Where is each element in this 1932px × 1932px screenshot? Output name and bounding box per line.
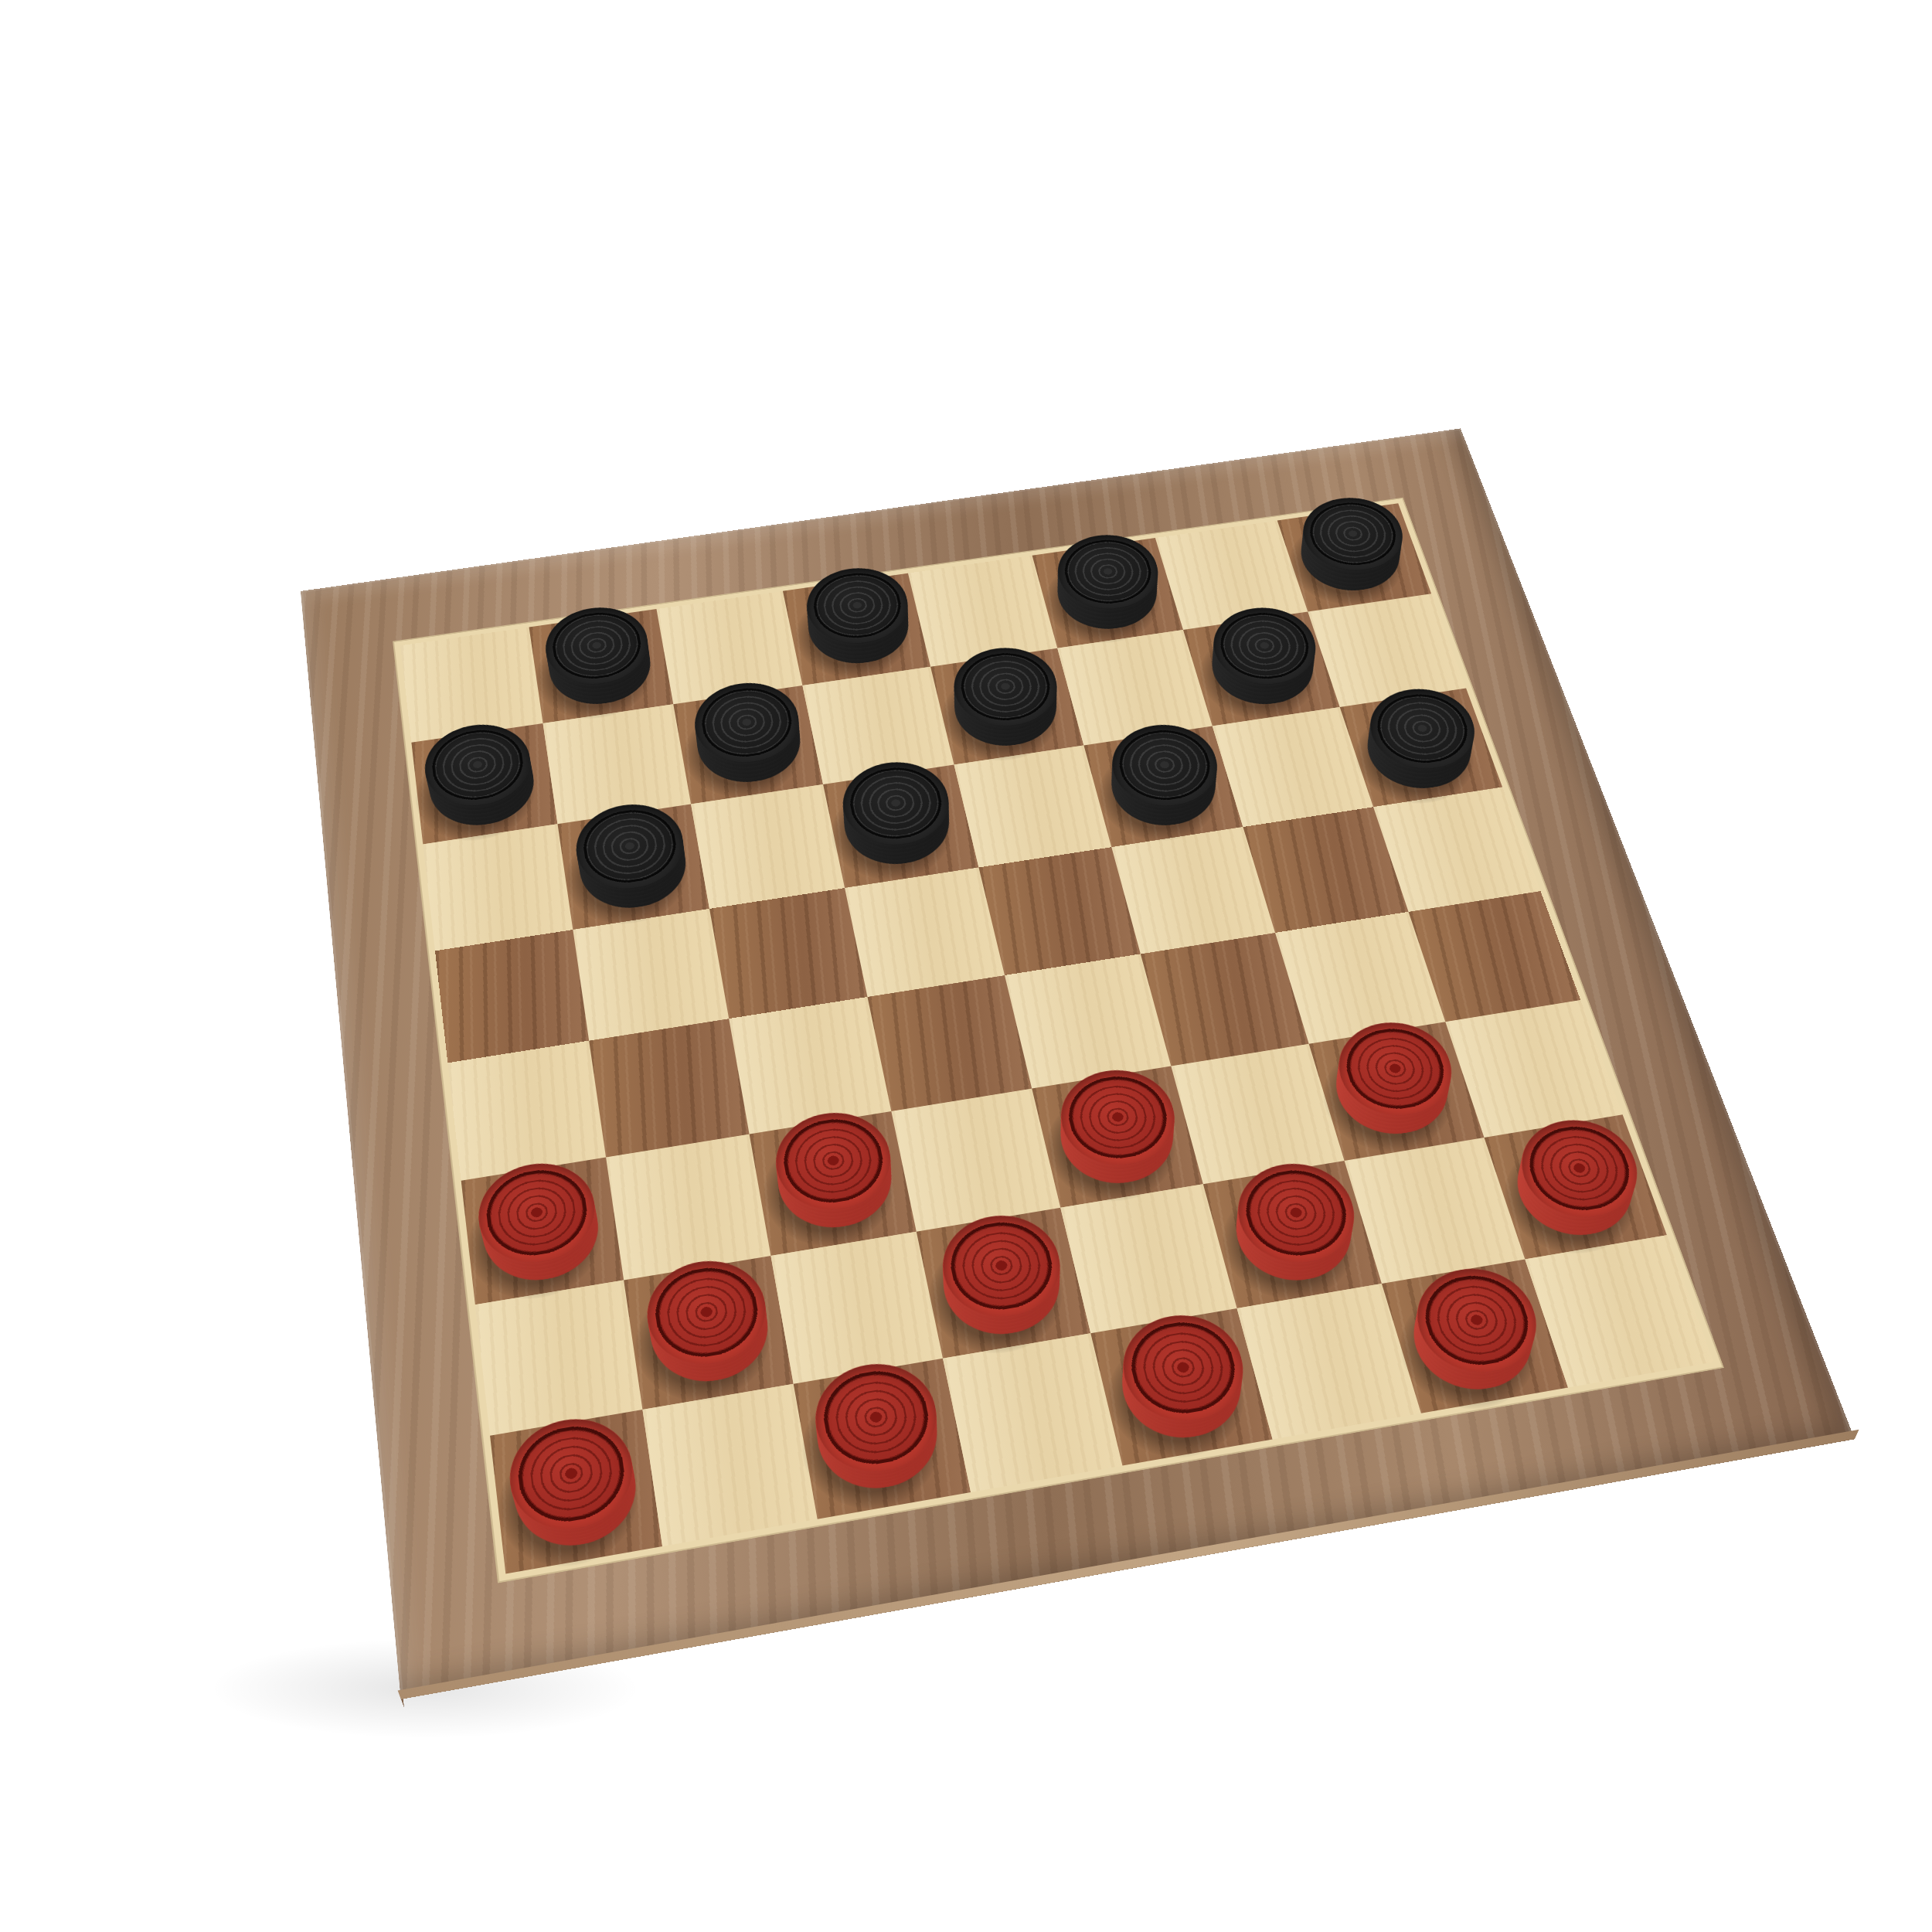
red-checker-e3[interactable] bbox=[1051, 1082, 1184, 1192]
red-checker-f2[interactable] bbox=[1225, 1175, 1364, 1289]
square-e3[interactable] bbox=[1032, 1066, 1203, 1208]
square-b2[interactable] bbox=[624, 1256, 794, 1410]
square-b1[interactable] bbox=[642, 1384, 817, 1546]
square-c5[interactable] bbox=[709, 888, 867, 1019]
red-checker-c1[interactable] bbox=[809, 1373, 947, 1498]
black-checker-e7[interactable] bbox=[946, 662, 1065, 753]
black-checker-d8[interactable] bbox=[801, 583, 917, 671]
square-a7[interactable] bbox=[411, 723, 557, 844]
black-checker-f8[interactable] bbox=[1049, 550, 1166, 636]
square-g1[interactable] bbox=[1382, 1259, 1568, 1413]
square-d3[interactable] bbox=[891, 1089, 1060, 1232]
red-checker-a3[interactable] bbox=[478, 1175, 605, 1289]
square-a2[interactable] bbox=[475, 1280, 643, 1435]
black-checker-d6[interactable] bbox=[837, 777, 957, 872]
checkers-board bbox=[301, 428, 1855, 1699]
red-checker-h2[interactable] bbox=[1504, 1131, 1646, 1244]
black-checker-g7[interactable] bbox=[1202, 623, 1324, 712]
square-d8[interactable] bbox=[783, 573, 930, 685]
square-e8[interactable] bbox=[908, 556, 1057, 667]
red-checker-g1[interactable] bbox=[1400, 1279, 1546, 1399]
square-d2[interactable] bbox=[917, 1208, 1090, 1359]
square-b6[interactable] bbox=[557, 804, 709, 930]
square-c7[interactable] bbox=[673, 685, 823, 804]
black-checker-h6[interactable] bbox=[1356, 703, 1483, 796]
red-checker-g3[interactable] bbox=[1324, 1035, 1460, 1143]
square-a3[interactable] bbox=[461, 1158, 624, 1305]
square-b8[interactable] bbox=[529, 609, 674, 723]
red-checker-d2[interactable] bbox=[934, 1226, 1070, 1344]
red-checker-b2[interactable] bbox=[644, 1271, 776, 1391]
black-checker-b8[interactable] bbox=[544, 623, 656, 712]
square-e7[interactable] bbox=[930, 648, 1083, 765]
board-left-edge bbox=[301, 591, 404, 1708]
black-checker-b6[interactable] bbox=[574, 818, 692, 916]
square-d1[interactable] bbox=[943, 1333, 1122, 1492]
square-d5[interactable] bbox=[845, 868, 1005, 997]
red-checker-a1[interactable] bbox=[509, 1428, 643, 1556]
square-c2[interactable] bbox=[770, 1232, 943, 1384]
black-checker-a7[interactable] bbox=[426, 739, 539, 833]
red-checker-e1[interactable] bbox=[1111, 1325, 1253, 1447]
black-checker-h8[interactable] bbox=[1291, 513, 1410, 597]
product-photo-scene bbox=[0, 0, 1932, 1932]
black-checker-c7[interactable] bbox=[691, 698, 808, 790]
square-a1[interactable] bbox=[490, 1410, 662, 1573]
black-checker-f6[interactable] bbox=[1102, 739, 1226, 833]
square-c1[interactable] bbox=[794, 1359, 971, 1519]
red-checker-c3[interactable] bbox=[770, 1124, 900, 1236]
